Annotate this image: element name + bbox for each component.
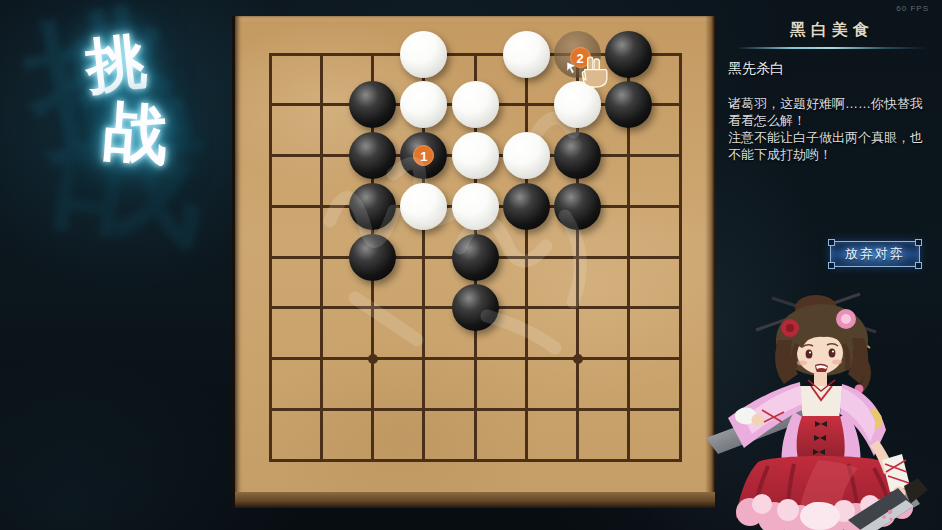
stone-black-c6r4 bbox=[503, 183, 550, 230]
grid-line bbox=[269, 408, 682, 411]
stone-white-c5r2 bbox=[452, 81, 499, 128]
move-number-badge: 1 bbox=[413, 145, 434, 166]
stone-white-c5r3 bbox=[452, 132, 499, 179]
puzzle-goal: 黑先杀白 bbox=[728, 60, 936, 78]
stone-white-c6r3 bbox=[503, 132, 550, 179]
challenge-char-2: 战 bbox=[101, 88, 171, 179]
star-point bbox=[368, 354, 378, 364]
challenge-banner: 挑 战 挑 战 bbox=[0, 0, 230, 260]
stone-white-c5r4 bbox=[452, 183, 499, 230]
title-divider bbox=[737, 47, 927, 49]
stone-black-c3r2 bbox=[349, 81, 396, 128]
stone-black-c8r2 bbox=[605, 81, 652, 128]
stone-white-c4r1 bbox=[400, 31, 447, 78]
stone-black-c7r3 bbox=[554, 132, 601, 179]
stone-black-c8r1 bbox=[605, 31, 652, 78]
grid-line bbox=[269, 459, 682, 462]
stone-white-c4r4 bbox=[400, 183, 447, 230]
button-corner-ornament bbox=[915, 239, 922, 246]
abandon-game-button[interactable]: 放弃对弈 bbox=[830, 241, 920, 267]
stone-black-c3r5 bbox=[349, 234, 396, 281]
puzzle-panel: 黑白美食 黑先杀白 诸葛羽，这题好难啊……你快替我 看看怎么解！ 注意不能让白子… bbox=[728, 20, 936, 163]
puzzle-title: 黑白美食 bbox=[728, 20, 936, 41]
stone-white-c6r1 bbox=[503, 31, 550, 78]
go-board[interactable]: 1 2 bbox=[232, 16, 715, 508]
grid-line bbox=[269, 357, 682, 360]
dialogue-line: 注意不能让白子做出两个真眼，也 bbox=[728, 129, 936, 146]
board-front-face bbox=[235, 492, 715, 508]
abandon-game-label: 放弃对弈 bbox=[845, 246, 905, 261]
button-corner-ornament bbox=[828, 262, 835, 269]
stone-black-c4r3: 1 bbox=[400, 132, 447, 179]
stone-black-c5r5 bbox=[452, 234, 499, 281]
grid-line bbox=[525, 53, 528, 462]
dialogue-line: 不能下成打劫哟！ bbox=[728, 146, 936, 163]
character-illustration bbox=[698, 290, 942, 530]
dialogue-line: 看看怎么解！ bbox=[728, 112, 936, 129]
game-screen: 挑 战 挑 战 1 2 黑白美食 黑先杀白 诸葛羽，这题好难啊……你 bbox=[0, 0, 942, 530]
grid-line bbox=[679, 53, 682, 462]
npc-dialogue: 诸葛羽，这题好难啊……你快替我 看看怎么解！ 注意不能让白子做出两个真眼，也 不… bbox=[728, 95, 936, 163]
button-corner-ornament bbox=[828, 239, 835, 246]
dialogue-line: 诸葛羽，这题好难啊……你快替我 bbox=[728, 95, 936, 112]
stone-white-c4r2 bbox=[400, 81, 447, 128]
stone-black-c7r4 bbox=[554, 183, 601, 230]
stone-black-c3r3 bbox=[349, 132, 396, 179]
mouse-cursor-icon bbox=[566, 62, 577, 75]
stone-black-c5r6 bbox=[452, 284, 499, 331]
fps-counter: 60 FPS bbox=[896, 4, 929, 13]
hand-cursor-icon bbox=[580, 56, 610, 90]
star-point bbox=[573, 354, 583, 364]
stone-black-c3r4 bbox=[349, 183, 396, 230]
button-corner-ornament bbox=[915, 262, 922, 269]
